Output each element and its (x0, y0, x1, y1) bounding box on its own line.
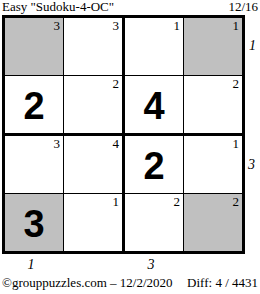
cell-r4c2[interactable]: 1 (64, 194, 125, 251)
cell-r3c4[interactable]: 1 (184, 136, 242, 194)
corner-clue: 1 (174, 18, 181, 33)
cell-r4c1[interactable]: 3 (5, 194, 64, 251)
cell-r4c4[interactable]: 2 (184, 194, 242, 251)
corner-clue: 2 (174, 194, 181, 209)
corner-clue: 1 (113, 194, 120, 209)
difficulty-text: Diff: 4 / 4431 (187, 275, 258, 290)
given-digit: 4 (143, 87, 164, 125)
cell-r2c3[interactable]: 4 (125, 76, 184, 136)
corner-clue: 1 (233, 136, 240, 151)
cell-r3c1[interactable]: 3 (5, 136, 64, 194)
corner-clue: 2 (113, 76, 120, 91)
puzzle-page: Easy "Sudoku-4-OC" 12/16 3 3 1 1 2 2 4 2… (0, 0, 260, 294)
cell-r1c2[interactable]: 3 (64, 18, 125, 76)
cell-r1c3[interactable]: 1 (125, 18, 184, 76)
corner-clue: 3 (113, 18, 120, 33)
cell-r1c1[interactable]: 3 (5, 18, 64, 76)
cell-r2c4[interactable]: 2 (184, 76, 242, 136)
cell-r3c3[interactable]: 2 (125, 136, 184, 194)
puzzle-counter: 12/16 (228, 0, 258, 14)
given-digit: 2 (23, 87, 44, 125)
cell-r2c1[interactable]: 2 (5, 76, 64, 136)
col-label-1: 1 (28, 258, 35, 272)
copyright-text: ©grouppuzzles.com – 12/2/2020 (2, 275, 173, 290)
cell-r4c3[interactable]: 2 (125, 194, 184, 251)
corner-clue: 2 (233, 194, 240, 209)
corner-clue: 1 (233, 18, 240, 33)
page-title: Easy "Sudoku-4-OC" (2, 0, 114, 14)
corner-clue: 3 (54, 136, 61, 151)
row-label-3: 3 (248, 158, 255, 172)
corner-clue: 3 (54, 18, 61, 33)
given-digit: 2 (143, 147, 164, 185)
cell-r1c4[interactable]: 1 (184, 18, 242, 76)
sudoku-board: 3 3 1 1 2 2 4 2 3 4 2 1 3 1 2 2 (2, 15, 245, 254)
cell-r3c2[interactable]: 4 (64, 136, 125, 194)
row-label-1: 1 (249, 39, 256, 53)
corner-clue: 4 (113, 136, 120, 151)
cell-r2c2[interactable]: 2 (64, 76, 125, 136)
given-digit: 3 (23, 205, 44, 243)
corner-clue: 2 (233, 76, 240, 91)
col-label-3: 3 (148, 258, 155, 272)
